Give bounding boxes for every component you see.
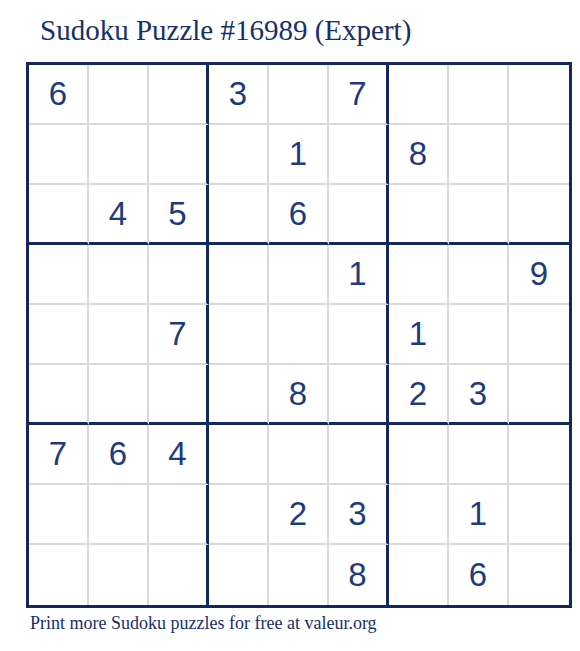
cell-r5c8-empty (449, 305, 509, 365)
cell-r6c7-given: 2 (389, 365, 449, 425)
cell-r3c1-empty (29, 185, 89, 245)
cell-r2c3-empty (149, 125, 209, 185)
cell-r1c9-empty (509, 65, 569, 125)
cell-r9c4-empty (209, 545, 269, 605)
cell-r4c3-empty (149, 245, 209, 305)
cell-r2c9-empty (509, 125, 569, 185)
cell-r7c7-empty (389, 425, 449, 485)
cell-r1c6-given: 7 (329, 65, 389, 125)
cell-r3c3-given: 5 (149, 185, 209, 245)
sudoku-board: 63718456197182376423186 (26, 62, 572, 608)
cell-r3c9-empty (509, 185, 569, 245)
cell-r2c5-given: 1 (269, 125, 329, 185)
cell-r8c7-empty (389, 485, 449, 545)
cell-r5c3-given: 7 (149, 305, 209, 365)
cell-r8c3-empty (149, 485, 209, 545)
cell-r2c4-empty (209, 125, 269, 185)
cell-r9c1-empty (29, 545, 89, 605)
cell-r3c5-given: 6 (269, 185, 329, 245)
cell-r9c3-empty (149, 545, 209, 605)
cell-r5c7-given: 1 (389, 305, 449, 365)
cell-r8c6-given: 3 (329, 485, 389, 545)
cell-r5c6-empty (329, 305, 389, 365)
cell-r2c8-empty (449, 125, 509, 185)
cell-r6c6-empty (329, 365, 389, 425)
sudoku-page: Sudoku Puzzle #16989 (Expert) 6371845619… (0, 0, 580, 651)
cell-r3c4-empty (209, 185, 269, 245)
cell-r2c1-empty (29, 125, 89, 185)
cell-r8c1-empty (29, 485, 89, 545)
cell-r6c9-empty (509, 365, 569, 425)
cell-r3c8-empty (449, 185, 509, 245)
cell-r6c1-empty (29, 365, 89, 425)
cell-r2c7-given: 8 (389, 125, 449, 185)
page-title: Sudoku Puzzle #16989 (Expert) (40, 14, 411, 47)
cell-r4c2-empty (89, 245, 149, 305)
cell-r5c9-empty (509, 305, 569, 365)
cell-r4c5-empty (269, 245, 329, 305)
cell-r4c1-empty (29, 245, 89, 305)
cell-r8c2-empty (89, 485, 149, 545)
cell-r1c8-empty (449, 65, 509, 125)
cell-r5c4-empty (209, 305, 269, 365)
cell-r5c1-empty (29, 305, 89, 365)
cell-r6c4-empty (209, 365, 269, 425)
cell-r7c4-empty (209, 425, 269, 485)
cell-r9c5-empty (269, 545, 329, 605)
cell-r3c6-empty (329, 185, 389, 245)
cell-r1c7-empty (389, 65, 449, 125)
cell-r3c7-empty (389, 185, 449, 245)
footer-note: Print more Sudoku puzzles for free at va… (30, 613, 377, 634)
cell-r1c5-empty (269, 65, 329, 125)
cell-r9c9-empty (509, 545, 569, 605)
cell-r4c4-empty (209, 245, 269, 305)
cell-r7c1-given: 7 (29, 425, 89, 485)
cell-r2c2-empty (89, 125, 149, 185)
cell-r7c8-empty (449, 425, 509, 485)
cell-r1c3-empty (149, 65, 209, 125)
cell-r6c8-given: 3 (449, 365, 509, 425)
cell-r3c2-given: 4 (89, 185, 149, 245)
cell-r5c5-empty (269, 305, 329, 365)
cell-r7c3-given: 4 (149, 425, 209, 485)
cell-r8c9-empty (509, 485, 569, 545)
cell-r1c2-empty (89, 65, 149, 125)
cell-r9c8-given: 6 (449, 545, 509, 605)
cell-r8c5-given: 2 (269, 485, 329, 545)
cell-r6c5-given: 8 (269, 365, 329, 425)
cell-r7c9-empty (509, 425, 569, 485)
cell-r7c5-empty (269, 425, 329, 485)
cell-r4c6-given: 1 (329, 245, 389, 305)
cell-r7c6-empty (329, 425, 389, 485)
cell-r9c6-given: 8 (329, 545, 389, 605)
cell-r8c8-given: 1 (449, 485, 509, 545)
cell-r1c4-given: 3 (209, 65, 269, 125)
cell-r7c2-given: 6 (89, 425, 149, 485)
cell-r4c9-given: 9 (509, 245, 569, 305)
cell-r1c1-given: 6 (29, 65, 89, 125)
cell-r8c4-empty (209, 485, 269, 545)
cell-r9c7-empty (389, 545, 449, 605)
cell-r6c2-empty (89, 365, 149, 425)
cell-r4c7-empty (389, 245, 449, 305)
cell-r5c2-empty (89, 305, 149, 365)
cell-r4c8-empty (449, 245, 509, 305)
cell-r6c3-empty (149, 365, 209, 425)
cell-r2c6-empty (329, 125, 389, 185)
cell-r9c2-empty (89, 545, 149, 605)
